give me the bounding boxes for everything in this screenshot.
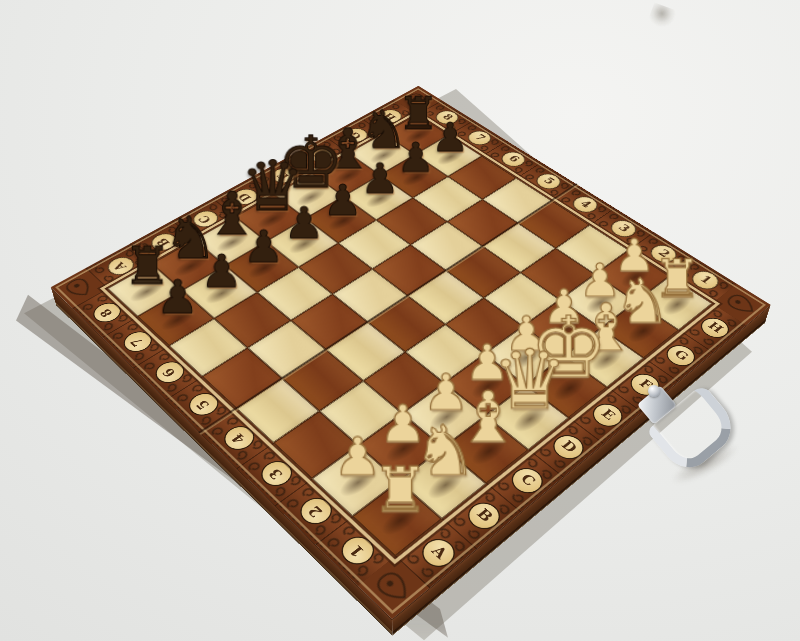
piece-black-pawn[interactable]: ♟ [243,226,284,268]
metal-latch [634,384,749,484]
piece-black-pawn[interactable]: ♟ [397,138,435,177]
piece-black-pawn[interactable]: ♟ [284,203,324,244]
piece-black-pawn[interactable]: ♟ [432,118,469,156]
piece-white-rook[interactable]: ♜ [371,461,428,520]
square-d4[interactable] [368,296,445,352]
scene-background: { "game": "chess", "scene": { "type": "p… [0,0,800,641]
chess-board: ABCDEFGH8♜♞♝♛♚♝♞♜87♟♟♟♟♟♟♟♟7665544332♟♟♟… [51,86,771,619]
piece-black-pawn[interactable]: ♟ [156,275,199,319]
piece-black-pawn[interactable]: ♟ [361,159,400,199]
latch-screw-knob [648,385,660,397]
piece-black-pawn[interactable]: ♟ [323,180,363,220]
dust-speck [647,3,677,32]
piece-black-pawn[interactable]: ♟ [201,250,243,293]
